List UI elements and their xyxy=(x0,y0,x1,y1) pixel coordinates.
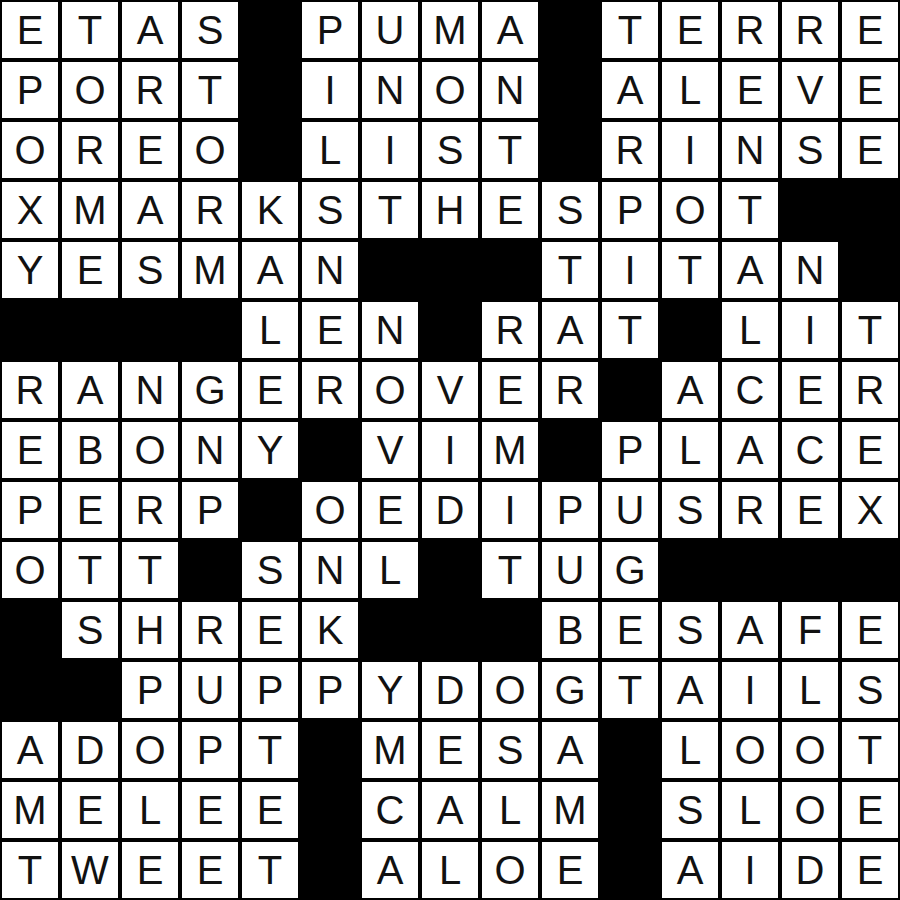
black-square xyxy=(842,182,898,238)
crossword-cell[interactable]: E xyxy=(422,722,478,778)
crossword-cell[interactable]: M xyxy=(362,722,418,778)
crossword-cell[interactable]: C xyxy=(782,422,838,478)
crossword-cell[interactable]: O xyxy=(482,842,538,898)
crossword-cell[interactable]: A xyxy=(662,842,718,898)
crossword-cell[interactable]: G xyxy=(182,362,238,418)
black-square xyxy=(242,482,298,538)
crossword-cell[interactable]: P xyxy=(182,482,238,538)
crossword-cell[interactable]: S xyxy=(782,122,838,178)
crossword-cell[interactable]: O xyxy=(362,362,418,418)
crossword-cell[interactable]: T xyxy=(542,242,598,298)
black-square xyxy=(2,602,58,658)
crossword-cell[interactable]: A xyxy=(2,722,58,778)
crossword-cell[interactable]: R xyxy=(302,362,358,418)
crossword-cell[interactable]: P xyxy=(2,62,58,118)
crossword-cell[interactable]: B xyxy=(542,602,598,658)
crossword-cell[interactable]: S xyxy=(62,602,118,658)
crossword-cell[interactable]: R xyxy=(182,602,238,658)
crossword-cell[interactable]: A xyxy=(62,362,118,418)
crossword-cell[interactable]: O xyxy=(122,722,178,778)
crossword-cell[interactable]: R xyxy=(122,62,178,118)
crossword-cell[interactable]: S xyxy=(662,782,718,838)
crossword-cell[interactable]: L xyxy=(662,722,718,778)
crossword-cell[interactable]: S xyxy=(122,242,178,298)
crossword-cell[interactable]: P xyxy=(242,662,298,718)
crossword-cell[interactable]: L xyxy=(122,782,178,838)
crossword-cell[interactable]: O xyxy=(782,782,838,838)
black-square xyxy=(122,302,178,358)
crossword-cell[interactable]: G xyxy=(602,542,658,598)
black-square xyxy=(662,302,718,358)
crossword-cell[interactable]: S xyxy=(662,482,718,538)
black-square xyxy=(2,662,58,718)
crossword-cell[interactable]: T xyxy=(842,722,898,778)
crossword-cell[interactable]: A xyxy=(602,62,658,118)
black-square xyxy=(662,542,718,598)
crossword-cell[interactable]: S xyxy=(302,182,358,238)
crossword-cell[interactable]: A xyxy=(242,242,298,298)
crossword-cell[interactable]: W xyxy=(62,842,118,898)
crossword-cell[interactable]: E xyxy=(122,122,178,178)
black-square xyxy=(542,62,598,118)
crossword-cell[interactable]: O xyxy=(422,62,478,118)
crossword-cell[interactable]: R xyxy=(722,482,778,538)
crossword-cell[interactable]: I xyxy=(422,422,478,478)
crossword-cell[interactable]: A xyxy=(122,182,178,238)
black-square xyxy=(422,302,478,358)
crossword-cell[interactable]: T xyxy=(362,182,418,238)
crossword-cell[interactable]: Y xyxy=(242,422,298,478)
crossword-cell[interactable]: R xyxy=(62,122,118,178)
crossword-cell[interactable]: A xyxy=(362,842,418,898)
crossword-cell[interactable]: R xyxy=(842,362,898,418)
black-square xyxy=(2,302,58,358)
crossword-cell[interactable]: A xyxy=(722,242,778,298)
crossword-cell[interactable]: E xyxy=(302,302,358,358)
crossword-cell[interactable]: E xyxy=(662,2,718,58)
crossword-cell[interactable]: P xyxy=(602,182,658,238)
crossword-cell[interactable]: T xyxy=(602,302,658,358)
crossword-cell[interactable]: C xyxy=(722,362,778,418)
crossword-cell[interactable]: L xyxy=(482,782,538,838)
black-square xyxy=(422,542,478,598)
crossword-cell[interactable]: E xyxy=(842,2,898,58)
crossword-cell[interactable]: D xyxy=(62,722,118,778)
crossword-cell[interactable]: M xyxy=(482,422,538,478)
crossword-cell[interactable]: E xyxy=(122,842,178,898)
crossword-cell[interactable]: R xyxy=(602,122,658,178)
crossword-board: ETASPUMATERREPORTINONALEVEOREOLISTRINSEX… xyxy=(0,0,900,900)
crossword-cell[interactable]: E xyxy=(182,782,238,838)
crossword-cell[interactable]: T xyxy=(122,542,178,598)
crossword-cell[interactable]: L xyxy=(662,422,718,478)
crossword-cell[interactable]: O xyxy=(722,722,778,778)
crossword-cell[interactable]: P xyxy=(602,422,658,478)
crossword-cell[interactable]: I xyxy=(302,62,358,118)
crossword-cell[interactable]: O xyxy=(302,482,358,538)
crossword-cell[interactable]: K xyxy=(242,182,298,238)
crossword-cell[interactable]: I xyxy=(362,122,418,178)
crossword-cell[interactable]: T xyxy=(482,542,538,598)
crossword-cell[interactable]: M xyxy=(62,182,118,238)
crossword-cell[interactable]: E xyxy=(482,362,538,418)
crossword-cell[interactable]: O xyxy=(182,122,238,178)
crossword-cell[interactable]: E xyxy=(782,482,838,538)
crossword-cell[interactable]: I xyxy=(602,242,658,298)
crossword-cell[interactable]: A xyxy=(722,602,778,658)
crossword-cell[interactable]: R xyxy=(182,182,238,238)
crossword-cell[interactable]: L xyxy=(302,122,358,178)
crossword-cell[interactable]: R xyxy=(2,362,58,418)
crossword-cell[interactable]: L xyxy=(782,662,838,718)
crossword-cell[interactable]: T xyxy=(662,242,718,298)
crossword-cell[interactable]: X xyxy=(842,482,898,538)
black-square xyxy=(722,542,778,598)
crossword-cell[interactable]: E xyxy=(602,602,658,658)
crossword-cell[interactable]: E xyxy=(842,422,898,478)
crossword-cell[interactable]: E xyxy=(2,422,58,478)
black-square xyxy=(602,722,658,778)
crossword-cell[interactable]: N xyxy=(362,302,418,358)
crossword-cell[interactable]: E xyxy=(62,482,118,538)
crossword-cell[interactable]: M xyxy=(182,242,238,298)
black-square xyxy=(62,302,118,358)
black-square xyxy=(362,242,418,298)
crossword-cell[interactable]: O xyxy=(2,542,58,598)
crossword-cell[interactable]: S xyxy=(182,2,238,58)
crossword-cell[interactable]: O xyxy=(122,422,178,478)
crossword-cell[interactable]: V xyxy=(422,362,478,418)
crossword-cell[interactable]: L xyxy=(722,302,778,358)
crossword-cell[interactable]: M xyxy=(2,782,58,838)
crossword-cell[interactable]: O xyxy=(482,662,538,718)
black-square xyxy=(362,602,418,658)
crossword-cell[interactable]: P xyxy=(302,662,358,718)
crossword-cell[interactable]: H xyxy=(422,182,478,238)
black-square xyxy=(482,242,538,298)
crossword-cell[interactable]: I xyxy=(722,662,778,718)
crossword-cell[interactable]: T xyxy=(242,842,298,898)
crossword-cell[interactable]: E xyxy=(842,122,898,178)
crossword-cell[interactable]: C xyxy=(362,782,418,838)
crossword-cell[interactable]: R xyxy=(782,2,838,58)
crossword-cell[interactable]: I xyxy=(662,122,718,178)
crossword-cell[interactable]: D xyxy=(422,662,478,718)
black-square xyxy=(542,422,598,478)
black-square xyxy=(422,602,478,658)
crossword-cell[interactable]: N xyxy=(122,362,178,418)
black-square xyxy=(842,242,898,298)
crossword-cell[interactable]: E xyxy=(242,782,298,838)
crossword-cell[interactable]: T xyxy=(842,302,898,358)
crossword-cell[interactable]: E xyxy=(842,602,898,658)
crossword-cell[interactable]: D xyxy=(422,482,478,538)
crossword-cell[interactable]: A xyxy=(662,662,718,718)
crossword-cell[interactable]: S xyxy=(662,602,718,658)
crossword-cell[interactable]: T xyxy=(602,2,658,58)
crossword-cell[interactable]: E xyxy=(542,842,598,898)
black-square xyxy=(302,422,358,478)
crossword-cell[interactable]: O xyxy=(62,62,118,118)
crossword-cell[interactable]: I xyxy=(722,842,778,898)
crossword-cell[interactable]: E xyxy=(242,362,298,418)
black-square xyxy=(242,122,298,178)
crossword-cell[interactable]: V xyxy=(782,62,838,118)
crossword-cell[interactable]: L xyxy=(362,542,418,598)
black-square xyxy=(302,842,358,898)
crossword-cell[interactable]: A xyxy=(482,2,538,58)
crossword-cell[interactable]: L xyxy=(422,842,478,898)
crossword-cell[interactable]: R xyxy=(542,362,598,418)
crossword-cell[interactable]: F xyxy=(782,602,838,658)
crossword-cell[interactable]: T xyxy=(722,182,778,238)
crossword-cell[interactable]: K xyxy=(302,602,358,658)
crossword-cell[interactable]: E xyxy=(842,62,898,118)
crossword-cell[interactable]: A xyxy=(122,2,178,58)
black-square xyxy=(242,2,298,58)
crossword-cell[interactable]: Y xyxy=(362,662,418,718)
crossword-cell[interactable]: T xyxy=(62,542,118,598)
crossword-cell[interactable]: U xyxy=(182,662,238,718)
crossword-cell[interactable]: E xyxy=(2,2,58,58)
crossword-cell[interactable]: O xyxy=(782,722,838,778)
crossword-cell[interactable]: B xyxy=(62,422,118,478)
crossword-cell[interactable]: N xyxy=(482,62,538,118)
crossword-cell[interactable]: Y xyxy=(2,242,58,298)
crossword-cell[interactable]: S xyxy=(842,662,898,718)
crossword-cell[interactable]: E xyxy=(482,182,538,238)
crossword-cell[interactable]: E xyxy=(842,782,898,838)
crossword-cell[interactable]: V xyxy=(362,422,418,478)
black-square xyxy=(602,362,658,418)
black-square xyxy=(542,2,598,58)
crossword-cell[interactable]: E xyxy=(62,242,118,298)
crossword-cell[interactable]: A xyxy=(662,362,718,418)
black-square xyxy=(602,842,658,898)
crossword-cell[interactable]: U xyxy=(602,482,658,538)
crossword-cell[interactable]: E xyxy=(182,842,238,898)
black-square xyxy=(302,782,358,838)
crossword-cell[interactable]: E xyxy=(842,842,898,898)
crossword-cell[interactable]: L xyxy=(722,782,778,838)
black-square xyxy=(782,542,838,598)
crossword-cell[interactable]: P xyxy=(122,662,178,718)
crossword-cell[interactable]: M xyxy=(542,782,598,838)
black-square xyxy=(62,662,118,718)
crossword-cell[interactable]: M xyxy=(422,2,478,58)
black-square xyxy=(302,722,358,778)
crossword-cell[interactable]: T xyxy=(182,62,238,118)
crossword-cell[interactable]: T xyxy=(242,722,298,778)
crossword-cell[interactable]: A xyxy=(542,302,598,358)
crossword-cell[interactable]: N xyxy=(782,242,838,298)
crossword-cell[interactable]: N xyxy=(362,62,418,118)
crossword-cell[interactable]: N xyxy=(302,242,358,298)
black-square xyxy=(182,542,238,598)
crossword-cell[interactable]: T xyxy=(2,842,58,898)
crossword-cell[interactable]: S xyxy=(482,722,538,778)
black-square xyxy=(482,602,538,658)
crossword-cell[interactable]: U xyxy=(362,2,418,58)
crossword-cell[interactable]: P xyxy=(542,482,598,538)
crossword-cell[interactable]: P xyxy=(182,722,238,778)
crossword-cell[interactable]: H xyxy=(122,602,178,658)
crossword-page: ETASPUMATERREPORTINONALEVEOREOLISTRINSEX… xyxy=(0,0,900,900)
crossword-cell[interactable]: N xyxy=(722,122,778,178)
crossword-cell[interactable]: E xyxy=(62,782,118,838)
black-square xyxy=(182,302,238,358)
crossword-cell[interactable]: L xyxy=(662,62,718,118)
crossword-cell[interactable]: G xyxy=(542,662,598,718)
crossword-cell[interactable]: L xyxy=(242,302,298,358)
crossword-cell[interactable]: A xyxy=(422,782,478,838)
crossword-cell[interactable]: A xyxy=(722,422,778,478)
crossword-cell[interactable]: S xyxy=(242,542,298,598)
crossword-cell[interactable]: T xyxy=(62,2,118,58)
crossword-cell[interactable]: D xyxy=(782,842,838,898)
crossword-cell[interactable]: O xyxy=(662,182,718,238)
black-square xyxy=(242,62,298,118)
crossword-cell[interactable]: E xyxy=(362,482,418,538)
black-square xyxy=(422,242,478,298)
crossword-cell[interactable]: I xyxy=(482,482,538,538)
crossword-cell[interactable]: E xyxy=(722,62,778,118)
crossword-cell[interactable]: S xyxy=(542,182,598,238)
black-square xyxy=(782,182,838,238)
black-square xyxy=(602,782,658,838)
crossword-cell[interactable]: U xyxy=(542,542,598,598)
crossword-cell[interactable]: E xyxy=(782,362,838,418)
crossword-cell[interactable]: X xyxy=(2,182,58,238)
crossword-cell[interactable]: R xyxy=(482,302,538,358)
crossword-cell[interactable]: E xyxy=(242,602,298,658)
crossword-cell[interactable]: T xyxy=(602,662,658,718)
black-square xyxy=(542,122,598,178)
crossword-cell[interactable]: A xyxy=(542,722,598,778)
crossword-cell[interactable]: I xyxy=(782,302,838,358)
crossword-cell[interactable]: S xyxy=(422,122,478,178)
crossword-cell[interactable]: O xyxy=(2,122,58,178)
crossword-cell[interactable]: T xyxy=(482,122,538,178)
black-square xyxy=(842,542,898,598)
crossword-cell[interactable]: R xyxy=(722,2,778,58)
crossword-cell[interactable]: R xyxy=(122,482,178,538)
crossword-cell[interactable]: N xyxy=(302,542,358,598)
crossword-cell[interactable]: P xyxy=(302,2,358,58)
crossword-cell[interactable]: P xyxy=(2,482,58,538)
crossword-cell[interactable]: N xyxy=(182,422,238,478)
